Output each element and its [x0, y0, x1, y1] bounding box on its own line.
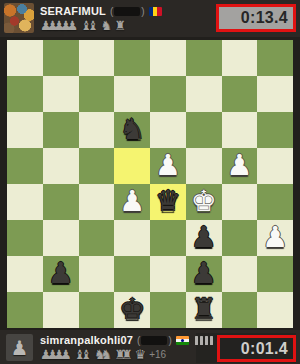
square-c7[interactable]: ♟: [186, 256, 222, 292]
top-player-bar: SERAFIMUL () ♟♟♟♟♟♝♝♞♜ 0:13.4: [0, 0, 300, 37]
captured-pawn-group: ♟♟♟♟♟: [40, 19, 73, 32]
bottom-captured-pieces: ♟♟♟♟♝♝♞♞♜♜♛+16: [40, 348, 166, 361]
piece-black-pawn: ♟: [191, 223, 217, 252]
default-pawn-avatar-icon: ♟: [11, 338, 29, 358]
square-b2[interactable]: [222, 76, 258, 112]
top-player-name[interactable]: SERAFIMUL: [40, 5, 106, 17]
captured-rook-group: ♜: [114, 19, 121, 32]
square-a5[interactable]: [257, 184, 293, 220]
piece-white-pawn: ♟: [119, 187, 145, 216]
square-c3[interactable]: [186, 112, 222, 148]
piece-black-queen: ♛: [155, 187, 181, 216]
square-h8[interactable]: [7, 292, 43, 328]
square-h1[interactable]: [7, 40, 43, 76]
captured-bishop-group: ♝♝: [74, 348, 87, 361]
rating-blur-box: [114, 7, 140, 16]
square-d4[interactable]: ♟: [150, 148, 186, 184]
bottom-player-name[interactable]: simranpalkohli07: [40, 334, 133, 346]
india-flag-icon: [176, 336, 189, 345]
square-h3[interactable]: [7, 112, 43, 148]
square-g2[interactable]: [43, 76, 79, 112]
streak-bars-icon: [195, 336, 213, 345]
bottom-player-avatar[interactable]: ♟: [6, 334, 33, 361]
piece-white-pawn: ♟: [155, 151, 181, 180]
square-g7[interactable]: ♟: [43, 256, 79, 292]
square-f5[interactable]: [79, 184, 115, 220]
square-g3[interactable]: [43, 112, 79, 148]
square-g4[interactable]: [43, 148, 79, 184]
square-e8[interactable]: ♚: [114, 292, 150, 328]
chess-app-screen: ♞♟♟♟♛♚♟♟♟♟♚♜ SERAFIMUL () ♟♟♟♟♟♝♝♞♜ 0:13…: [0, 0, 300, 364]
square-h4[interactable]: [7, 148, 43, 184]
square-d1[interactable]: [150, 40, 186, 76]
top-player-rating-redacted: (): [110, 6, 145, 17]
square-a8[interactable]: [257, 292, 293, 328]
square-b6[interactable]: [222, 220, 258, 256]
square-e3[interactable]: ♞: [114, 112, 150, 148]
bottom-player-rating-redacted: (): [137, 335, 172, 346]
piece-white-pawn: ♟: [262, 223, 288, 252]
piece-black-rook: ♜: [191, 295, 217, 324]
square-d6[interactable]: [150, 220, 186, 256]
square-c1[interactable]: [186, 40, 222, 76]
square-e5[interactable]: ♟: [114, 184, 150, 220]
square-g1[interactable]: [43, 40, 79, 76]
square-a7[interactable]: [257, 256, 293, 292]
square-a2[interactable]: [257, 76, 293, 112]
square-f6[interactable]: [79, 220, 115, 256]
square-a1[interactable]: [257, 40, 293, 76]
captured-rook-group: ♜♜: [114, 348, 127, 361]
square-a4[interactable]: [257, 148, 293, 184]
square-c6[interactable]: ♟: [186, 220, 222, 256]
chakra-dot: [181, 339, 184, 342]
square-b8[interactable]: [222, 292, 258, 328]
square-e7[interactable]: [114, 256, 150, 292]
square-d5[interactable]: ♛: [150, 184, 186, 220]
square-c8[interactable]: ♜: [186, 292, 222, 328]
square-f7[interactable]: [79, 256, 115, 292]
square-h7[interactable]: [7, 256, 43, 292]
square-h2[interactable]: [7, 76, 43, 112]
square-f2[interactable]: [79, 76, 115, 112]
piece-black-pawn: ♟: [191, 259, 217, 288]
square-c4[interactable]: [186, 148, 222, 184]
square-h5[interactable]: [7, 184, 43, 220]
top-player-avatar[interactable]: [4, 3, 34, 33]
square-d3[interactable]: [150, 112, 186, 148]
top-captured-pieces: ♟♟♟♟♟♝♝♞♜: [40, 19, 128, 32]
piece-black-king: ♚: [119, 295, 145, 324]
top-player-clock: 0:13.4: [216, 4, 296, 32]
square-b5[interactable]: [222, 184, 258, 220]
square-a3[interactable]: [257, 112, 293, 148]
square-b4[interactable]: ♟: [222, 148, 258, 184]
bottom-player-bar: ♟ simranpalkohli07 () ♟♟♟♟♝♝♞♞♜♜♛+16 0:0…: [0, 330, 300, 364]
captured-bishop-group: ♝♝: [80, 19, 93, 32]
square-g6[interactable]: [43, 220, 79, 256]
square-e2[interactable]: [114, 76, 150, 112]
square-b1[interactable]: [222, 40, 258, 76]
captured-queen-group: ♛: [135, 348, 142, 361]
rating-blur-box: [141, 336, 167, 345]
top-clock-time: 0:13.4: [241, 9, 288, 27]
piece-white-pawn: ♟: [226, 151, 252, 180]
bottom-clock-time: 0:01.4: [241, 340, 288, 358]
square-h6[interactable]: [7, 220, 43, 256]
square-d2[interactable]: [150, 76, 186, 112]
square-f3[interactable]: [79, 112, 115, 148]
piece-white-king: ♚: [191, 187, 217, 216]
bottom-player-clock: 0:01.4: [217, 335, 296, 362]
square-f1[interactable]: [79, 40, 115, 76]
material-advantage: +16: [149, 350, 166, 360]
square-d8[interactable]: [150, 292, 186, 328]
square-f8[interactable]: [79, 292, 115, 328]
captured-pawn-group: ♟♟♟♟: [40, 348, 67, 361]
square-c5[interactable]: ♚: [186, 184, 222, 220]
captured-knight-group: ♞: [101, 19, 108, 32]
piece-black-knight: ♞: [119, 115, 145, 144]
captured-knight-group: ♞♞: [94, 348, 107, 361]
square-c2[interactable]: [186, 76, 222, 112]
square-e4[interactable]: [114, 148, 150, 184]
square-f4[interactable]: [79, 148, 115, 184]
square-b3[interactable]: [222, 112, 258, 148]
piece-black-pawn: ♟: [48, 259, 74, 288]
square-e6[interactable]: [114, 220, 150, 256]
square-b7[interactable]: [222, 256, 258, 292]
romania-flag-icon: [149, 7, 162, 16]
chess-board: ♞♟♟♟♛♚♟♟♟♟♚♜: [7, 40, 293, 328]
square-d7[interactable]: [150, 256, 186, 292]
square-g5[interactable]: [43, 184, 79, 220]
square-a6[interactable]: ♟: [257, 220, 293, 256]
square-e1[interactable]: [114, 40, 150, 76]
square-g8[interactable]: [43, 292, 79, 328]
